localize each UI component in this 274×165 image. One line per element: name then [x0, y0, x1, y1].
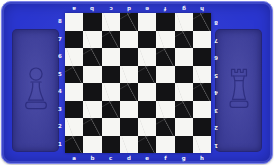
rank-label-left-2: 2 [56, 118, 64, 136]
file-label-bottom-h: h [193, 153, 211, 164]
square-c5[interactable] [102, 66, 120, 84]
file-label-top-e: e [138, 3, 156, 13]
square-a8[interactable] [65, 13, 83, 31]
square-b4[interactable] [83, 83, 101, 101]
file-label-top-d: d [120, 3, 138, 13]
square-d8[interactable] [120, 13, 138, 31]
square-h4[interactable] [193, 83, 211, 101]
rank-label-right-7: 7 [212, 31, 220, 49]
rank-label-right-2: 2 [212, 118, 220, 136]
square-b2[interactable] [83, 118, 101, 136]
square-c4[interactable] [102, 83, 120, 101]
playmat-photo: abcdefgh 87654321 87654321 abcdefgh [0, 0, 274, 165]
square-g7[interactable] [175, 31, 193, 49]
square-b7[interactable] [83, 31, 101, 49]
square-e8[interactable] [138, 13, 156, 31]
square-h3[interactable] [193, 101, 211, 119]
square-d2[interactable] [120, 118, 138, 136]
square-b6[interactable] [83, 48, 101, 66]
square-c1[interactable] [102, 136, 120, 154]
file-label-bottom-g: g [175, 153, 193, 164]
file-labels-top: abcdefgh [65, 3, 211, 13]
square-e1[interactable] [138, 136, 156, 154]
square-g2[interactable] [175, 118, 193, 136]
square-a5[interactable] [65, 66, 83, 84]
left-panel [12, 29, 59, 152]
square-d1[interactable] [120, 136, 138, 154]
square-e6[interactable] [138, 48, 156, 66]
square-e7[interactable] [138, 31, 156, 49]
square-b8[interactable] [83, 13, 101, 31]
square-a7[interactable] [65, 31, 83, 49]
file-label-bottom-f: f [156, 153, 174, 164]
rank-labels-left: 87654321 [56, 13, 64, 153]
rank-label-right-4: 4 [212, 83, 220, 101]
file-label-bottom-a: a [65, 153, 83, 164]
square-c7[interactable] [102, 31, 120, 49]
file-label-bottom-b: b [83, 153, 101, 164]
file-label-top-h: h [193, 3, 211, 13]
file-label-top-c: c [102, 3, 120, 13]
rook-outline-icon [225, 65, 253, 113]
chess-board [65, 13, 211, 153]
square-d5[interactable] [120, 66, 138, 84]
square-g8[interactable] [175, 13, 193, 31]
chess-playmat: abcdefgh 87654321 87654321 abcdefgh [1, 1, 273, 164]
rank-label-left-3: 3 [56, 101, 64, 119]
square-g5[interactable] [175, 66, 193, 84]
file-label-top-g: g [175, 3, 193, 13]
square-b3[interactable] [83, 101, 101, 119]
square-d6[interactable] [120, 48, 138, 66]
square-f6[interactable] [156, 48, 174, 66]
square-c3[interactable] [102, 101, 120, 119]
square-a3[interactable] [65, 101, 83, 119]
rank-label-right-3: 3 [212, 101, 220, 119]
square-f5[interactable] [156, 66, 174, 84]
square-a1[interactable] [65, 136, 83, 154]
square-h2[interactable] [193, 118, 211, 136]
square-a4[interactable] [65, 83, 83, 101]
square-f2[interactable] [156, 118, 174, 136]
rank-label-left-5: 5 [56, 66, 64, 84]
square-d7[interactable] [120, 31, 138, 49]
file-label-top-b: b [83, 3, 101, 13]
square-h1[interactable] [193, 136, 211, 154]
square-g6[interactable] [175, 48, 193, 66]
file-label-bottom-e: e [138, 153, 156, 164]
square-h8[interactable] [193, 13, 211, 31]
rank-label-left-1: 1 [56, 136, 64, 154]
square-e3[interactable] [138, 101, 156, 119]
rank-labels-right: 87654321 [212, 13, 220, 153]
square-b1[interactable] [83, 136, 101, 154]
file-label-top-a: a [65, 3, 83, 13]
square-d3[interactable] [120, 101, 138, 119]
square-c6[interactable] [102, 48, 120, 66]
square-h7[interactable] [193, 31, 211, 49]
square-c8[interactable] [102, 13, 120, 31]
right-panel [215, 29, 262, 152]
square-f7[interactable] [156, 31, 174, 49]
rank-label-left-6: 6 [56, 48, 64, 66]
square-h5[interactable] [193, 66, 211, 84]
square-e5[interactable] [138, 66, 156, 84]
rank-label-right-1: 1 [212, 136, 220, 154]
square-f3[interactable] [156, 101, 174, 119]
square-g3[interactable] [175, 101, 193, 119]
rank-label-right-5: 5 [212, 66, 220, 84]
square-f4[interactable] [156, 83, 174, 101]
square-c2[interactable] [102, 118, 120, 136]
square-f8[interactable] [156, 13, 174, 31]
square-a6[interactable] [65, 48, 83, 66]
square-e2[interactable] [138, 118, 156, 136]
square-g4[interactable] [175, 83, 193, 101]
pawn-outline-icon [22, 64, 50, 114]
square-f1[interactable] [156, 136, 174, 154]
square-d4[interactable] [120, 83, 138, 101]
rank-label-right-6: 6 [212, 48, 220, 66]
rank-label-left-8: 8 [56, 13, 64, 31]
rank-label-right-8: 8 [212, 13, 220, 31]
rank-label-left-7: 7 [56, 31, 64, 49]
square-g1[interactable] [175, 136, 193, 154]
file-label-bottom-c: c [102, 153, 120, 164]
square-a2[interactable] [65, 118, 83, 136]
square-h6[interactable] [193, 48, 211, 66]
file-label-bottom-d: d [120, 153, 138, 164]
file-label-top-f: f [156, 3, 174, 13]
square-e4[interactable] [138, 83, 156, 101]
rank-label-left-4: 4 [56, 83, 64, 101]
file-labels-bottom: abcdefgh [65, 153, 211, 164]
square-b5[interactable] [83, 66, 101, 84]
